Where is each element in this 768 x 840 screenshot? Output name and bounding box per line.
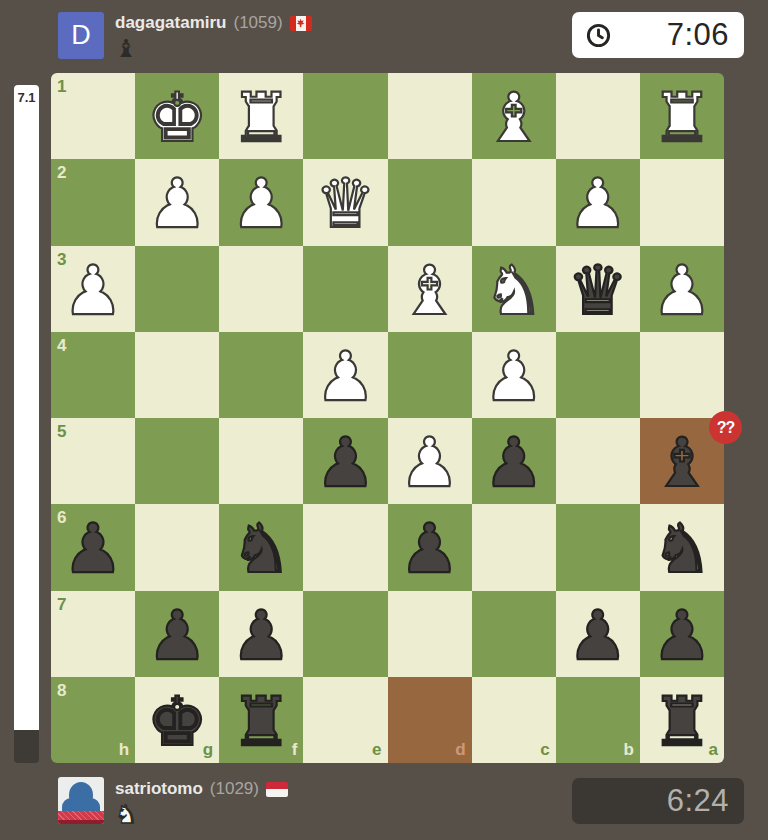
square-h7[interactable]: 7 <box>51 591 135 677</box>
black-pawn-b7[interactable]: ♟ <box>556 593 640 679</box>
square-d1[interactable] <box>388 73 472 159</box>
top-player-clock: 7:06 <box>572 12 744 58</box>
square-e3[interactable] <box>303 246 387 332</box>
black-pawn-h6[interactable]: ♟ <box>51 506 135 592</box>
square-g5[interactable] <box>135 418 219 504</box>
square-e5[interactable]: ♟ <box>303 418 387 504</box>
bottom-player-avatar[interactable] <box>58 777 104 824</box>
square-g1[interactable]: ♚ <box>135 73 219 159</box>
square-a1[interactable]: ♜ <box>640 73 724 159</box>
square-f5[interactable] <box>219 418 303 504</box>
square-b7[interactable]: ♟ <box>556 591 640 677</box>
black-pawn-c5[interactable]: ♟ <box>472 420 556 506</box>
square-a6[interactable]: ♞ <box>640 504 724 590</box>
file-label-b: b <box>623 740 633 760</box>
white-pawn-d5[interactable]: ♟ <box>388 420 472 506</box>
white-pawn-a3[interactable]: ♟ <box>640 248 724 334</box>
rank-label-4: 4 <box>57 336 66 356</box>
square-d7[interactable] <box>388 591 472 677</box>
avatar-head <box>69 782 93 808</box>
black-queen-b3[interactable]: ♛ <box>556 248 640 334</box>
square-f7[interactable]: ♟ <box>219 591 303 677</box>
avatar-shirt-strip <box>58 820 104 824</box>
eval-score: 7.1 <box>17 90 35 730</box>
square-g8[interactable]: g♚ <box>135 677 219 763</box>
black-pawn-g7[interactable]: ♟ <box>135 593 219 679</box>
square-f1[interactable]: ♜ <box>219 73 303 159</box>
square-b8[interactable]: b <box>556 677 640 763</box>
square-f3[interactable] <box>219 246 303 332</box>
bottom-player-info: satriotomo (1029) ♞ <box>115 778 495 828</box>
white-pawn-h3[interactable]: ♟ <box>51 248 135 334</box>
square-g7[interactable]: ♟ <box>135 591 219 677</box>
file-label-d: d <box>455 740 465 760</box>
black-pawn-d6[interactable]: ♟ <box>388 506 472 592</box>
bottom-player-clock: 6:24 <box>572 778 744 824</box>
square-d8[interactable]: d <box>388 677 472 763</box>
square-a5[interactable]: ♝?? <box>640 418 724 504</box>
square-g6[interactable] <box>135 504 219 590</box>
avatar-letter: D <box>71 20 91 51</box>
square-h1[interactable]: 1 <box>51 73 135 159</box>
square-f2[interactable]: ♟ <box>219 159 303 245</box>
white-pawn-e4[interactable]: ♟ <box>303 334 387 420</box>
white-pawn-c4[interactable]: ♟ <box>472 334 556 420</box>
square-c3[interactable]: ♞ <box>472 246 556 332</box>
square-b3[interactable]: ♛ <box>556 246 640 332</box>
white-rook-a1[interactable]: ♜ <box>640 75 724 161</box>
rank-label-7: 7 <box>57 595 66 615</box>
white-knight-c3[interactable]: ♞ <box>472 248 556 334</box>
square-a8[interactable]: a♜ <box>640 677 724 763</box>
square-f8[interactable]: f♜ <box>219 677 303 763</box>
square-a4[interactable] <box>640 332 724 418</box>
square-g3[interactable] <box>135 246 219 332</box>
square-b1[interactable] <box>556 73 640 159</box>
top-player-name[interactable]: dagagatamiru <box>115 13 226 33</box>
white-bishop-c1[interactable]: ♝ <box>472 75 556 161</box>
blunder-badge: ?? <box>709 411 742 444</box>
square-d4[interactable] <box>388 332 472 418</box>
canada-flag-icon <box>290 16 312 31</box>
square-h3[interactable]: 3♟ <box>51 246 135 332</box>
chess-app: D dagagatamiru (1059) ♝ 7:06 7.1 1♚♜♝♜2♟… <box>0 0 768 840</box>
black-pawn-e5[interactable]: ♟ <box>303 420 387 506</box>
square-b2[interactable]: ♟ <box>556 159 640 245</box>
white-king-g1[interactable]: ♚ <box>135 75 219 161</box>
square-d2[interactable] <box>388 159 472 245</box>
square-a7[interactable]: ♟ <box>640 591 724 677</box>
white-pawn-b2[interactable]: ♟ <box>556 161 640 247</box>
square-c7[interactable] <box>472 591 556 677</box>
black-rook-f8[interactable]: ♜ <box>219 679 303 765</box>
square-c4[interactable]: ♟ <box>472 332 556 418</box>
evaluation-bar: 7.1 <box>14 85 39 763</box>
black-knight-a6[interactable]: ♞ <box>640 506 724 592</box>
file-label-c: c <box>540 740 549 760</box>
square-c8[interactable]: c <box>472 677 556 763</box>
square-c2[interactable] <box>472 159 556 245</box>
square-c6[interactable] <box>472 504 556 590</box>
bottom-clock-time: 6:24 <box>572 783 744 819</box>
square-c5[interactable]: ♟ <box>472 418 556 504</box>
top-player-info: dagagatamiru (1059) ♝ <box>115 12 495 62</box>
rank-label-2: 2 <box>57 163 66 183</box>
square-f6[interactable]: ♞ <box>219 504 303 590</box>
indonesia-flag-icon <box>266 782 288 797</box>
black-pawn-f7[interactable]: ♟ <box>219 593 303 679</box>
square-h2[interactable]: 2 <box>51 159 135 245</box>
square-h4[interactable]: 4 <box>51 332 135 418</box>
square-a2[interactable] <box>640 159 724 245</box>
square-d6[interactable]: ♟ <box>388 504 472 590</box>
top-clock-time: 7:06 <box>612 17 744 53</box>
rank-label-5: 5 <box>57 422 66 442</box>
bottom-player-name[interactable]: satriotomo <box>115 779 203 799</box>
white-queen-e2[interactable]: ♛ <box>303 161 387 247</box>
square-e4[interactable]: ♟ <box>303 332 387 418</box>
square-d3[interactable]: ♝ <box>388 246 472 332</box>
top-player-rating: (1059) <box>233 13 282 33</box>
square-a3[interactable]: ♟ <box>640 246 724 332</box>
eval-white-segment: 7.1 <box>14 85 39 730</box>
bottom-captured-pieces: ♞ <box>115 802 495 828</box>
square-g4[interactable] <box>135 332 219 418</box>
square-b5[interactable] <box>556 418 640 504</box>
bottom-player-rating: (1029) <box>210 779 259 799</box>
top-player-avatar[interactable]: D <box>58 12 104 59</box>
white-rook-f1[interactable]: ♜ <box>219 75 303 161</box>
square-h5[interactable]: 5 <box>51 418 135 504</box>
clock-icon <box>585 22 612 49</box>
chess-board: 1♚♜♝♜2♟♟♛♟3♟♝♞♛♟4♟♟5♟♟♟♝??6♟♞♟♞7♟♟♟♟8hg♚… <box>51 73 724 763</box>
black-rook-a8[interactable]: ♜ <box>640 679 724 765</box>
file-label-h: h <box>119 740 129 760</box>
white-bishop-d3[interactable]: ♝ <box>388 248 472 334</box>
captured-white-knight-icon: ♞ <box>115 802 137 828</box>
square-f4[interactable] <box>219 332 303 418</box>
black-king-g8[interactable]: ♚ <box>135 679 219 765</box>
square-h8[interactable]: 8h <box>51 677 135 763</box>
square-d5[interactable]: ♟ <box>388 418 472 504</box>
captured-black-bishop-icon: ♝ <box>115 36 137 62</box>
square-b6[interactable] <box>556 504 640 590</box>
eval-black-segment <box>14 730 39 763</box>
square-e2[interactable]: ♛ <box>303 159 387 245</box>
square-e6[interactable] <box>303 504 387 590</box>
square-c1[interactable]: ♝ <box>472 73 556 159</box>
square-b4[interactable] <box>556 332 640 418</box>
rank-label-1: 1 <box>57 77 66 97</box>
white-pawn-g2[interactable]: ♟ <box>135 161 219 247</box>
square-e8[interactable]: e <box>303 677 387 763</box>
square-h6[interactable]: 6♟ <box>51 504 135 590</box>
black-knight-f6[interactable]: ♞ <box>219 506 303 592</box>
square-g2[interactable]: ♟ <box>135 159 219 245</box>
file-label-e: e <box>372 740 381 760</box>
black-pawn-a7[interactable]: ♟ <box>640 593 724 679</box>
square-e1[interactable] <box>303 73 387 159</box>
top-captured-pieces: ♝ <box>115 36 495 62</box>
white-pawn-f2[interactable]: ♟ <box>219 161 303 247</box>
rank-label-8: 8 <box>57 681 66 701</box>
square-e7[interactable] <box>303 591 387 677</box>
